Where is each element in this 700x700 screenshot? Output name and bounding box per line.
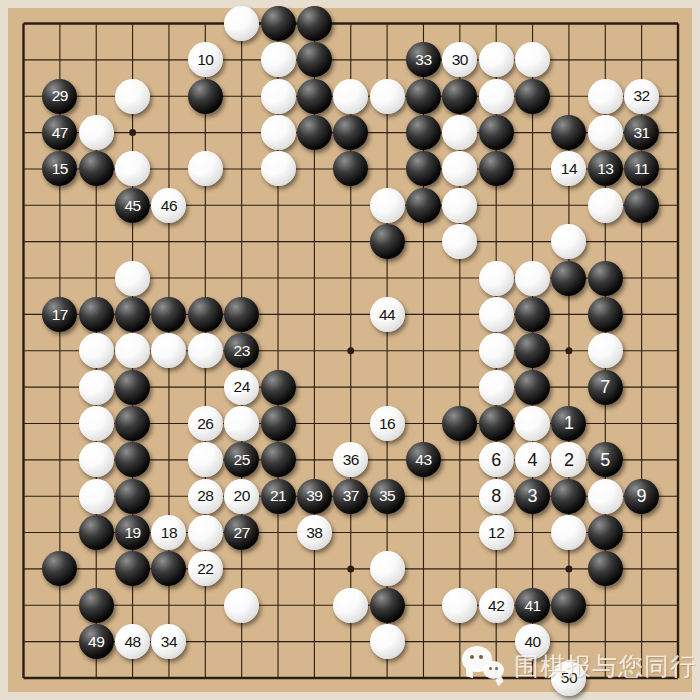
- black-stone: [406, 188, 441, 223]
- black-stone: [624, 188, 659, 223]
- black-stone: [479, 151, 514, 186]
- star-point: [565, 565, 572, 572]
- white-stone: [515, 261, 550, 296]
- black-stone: [261, 442, 296, 477]
- black-stone: [115, 406, 150, 441]
- black-stone: [79, 297, 114, 332]
- black-stone: 35: [370, 479, 405, 514]
- black-stone: [188, 297, 223, 332]
- move-number: 46: [161, 198, 177, 214]
- white-stone: [79, 370, 114, 405]
- white-stone: 12: [479, 515, 514, 550]
- black-stone: 5: [588, 442, 623, 477]
- white-stone: [261, 42, 296, 77]
- star-point: [129, 129, 136, 136]
- move-number: 11: [634, 161, 649, 177]
- black-stone: 27: [224, 515, 259, 550]
- move-number: 25: [234, 452, 250, 468]
- move-number: 39: [306, 488, 322, 504]
- black-stone: [479, 115, 514, 150]
- white-stone: [79, 479, 114, 514]
- white-stone: [479, 297, 514, 332]
- move-number: 19: [124, 525, 140, 541]
- white-stone: [479, 370, 514, 405]
- white-stone: [479, 333, 514, 368]
- black-stone: [406, 115, 441, 150]
- black-stone: [261, 6, 296, 41]
- black-stone: [479, 406, 514, 441]
- move-number: 26: [197, 416, 213, 432]
- white-stone: [588, 188, 623, 223]
- black-stone: 29: [42, 79, 77, 114]
- black-stone: [261, 370, 296, 405]
- move-number: 29: [52, 88, 68, 104]
- move-number: 40: [524, 634, 540, 650]
- move-number: 27: [234, 525, 250, 541]
- move-number: 24: [234, 379, 250, 395]
- black-stone: 49: [79, 624, 114, 659]
- white-stone: 24: [224, 370, 259, 405]
- white-stone: [224, 588, 259, 623]
- black-stone: [551, 261, 586, 296]
- black-stone: 9: [624, 479, 659, 514]
- black-stone: 37: [333, 479, 368, 514]
- star-point: [347, 347, 354, 354]
- move-number: 37: [343, 488, 359, 504]
- black-stone: 19: [115, 515, 150, 550]
- move-number: 5: [600, 451, 610, 469]
- black-stone: [79, 588, 114, 623]
- white-stone: [224, 6, 259, 41]
- white-stone: [79, 115, 114, 150]
- white-stone: 32: [624, 79, 659, 114]
- black-stone: [551, 588, 586, 623]
- move-number: 14: [561, 161, 577, 177]
- white-stone: 28: [188, 479, 223, 514]
- black-stone: [370, 588, 405, 623]
- white-stone: [588, 479, 623, 514]
- black-stone: [79, 151, 114, 186]
- white-stone: [261, 79, 296, 114]
- move-number: 35: [379, 488, 395, 504]
- move-number: 44: [379, 307, 395, 323]
- move-number: 6: [491, 451, 501, 469]
- white-stone: 20: [224, 479, 259, 514]
- white-stone: [79, 333, 114, 368]
- black-stone: [115, 479, 150, 514]
- move-number: 30: [452, 52, 468, 68]
- black-stone: 45: [115, 188, 150, 223]
- move-number: 31: [634, 125, 650, 141]
- white-stone: [588, 115, 623, 150]
- move-number: 45: [124, 198, 140, 214]
- move-number: 22: [197, 561, 213, 577]
- black-stone: [297, 115, 332, 150]
- white-stone: [370, 188, 405, 223]
- white-stone: [79, 406, 114, 441]
- black-stone: [442, 79, 477, 114]
- move-number: 32: [634, 88, 650, 104]
- move-number: 50: [561, 670, 577, 686]
- move-number: 1: [564, 414, 574, 432]
- black-stone: 41: [515, 588, 550, 623]
- black-stone: [224, 297, 259, 332]
- move-number: 20: [234, 488, 250, 504]
- white-stone: [188, 151, 223, 186]
- white-stone: [261, 115, 296, 150]
- white-stone: [188, 442, 223, 477]
- move-number: 41: [524, 598, 540, 614]
- white-stone: 48: [115, 624, 150, 659]
- black-stone: 3: [515, 479, 550, 514]
- move-number: 18: [161, 525, 177, 541]
- star-point: [347, 565, 354, 572]
- white-stone: [115, 79, 150, 114]
- move-number: 8: [491, 487, 501, 505]
- white-stone: [442, 588, 477, 623]
- white-stone: 40: [515, 624, 550, 659]
- move-number: 43: [415, 452, 431, 468]
- move-number: 48: [124, 634, 140, 650]
- black-stone: [261, 406, 296, 441]
- move-number: 42: [488, 598, 504, 614]
- black-stone: 17: [42, 297, 77, 332]
- move-number: 9: [637, 487, 647, 505]
- move-number: 17: [52, 307, 68, 323]
- move-number: 10: [197, 52, 213, 68]
- move-number: 21: [270, 488, 286, 504]
- black-stone: [588, 297, 623, 332]
- move-number: 23: [234, 343, 250, 359]
- black-stone: [297, 79, 332, 114]
- white-stone: [333, 79, 368, 114]
- white-stone: [188, 515, 223, 550]
- black-stone: [188, 79, 223, 114]
- white-stone: [370, 624, 405, 659]
- black-stone: [515, 79, 550, 114]
- black-stone: [115, 370, 150, 405]
- move-number: 3: [528, 487, 538, 505]
- white-stone: [442, 188, 477, 223]
- white-stone: 8: [479, 479, 514, 514]
- white-stone: [515, 406, 550, 441]
- white-stone: [479, 261, 514, 296]
- black-stone: [79, 515, 114, 550]
- white-stone: 6: [479, 442, 514, 477]
- black-stone: [115, 297, 150, 332]
- move-number: 15: [52, 161, 68, 177]
- star-point: [565, 347, 572, 354]
- white-stone: 38: [297, 515, 332, 550]
- white-stone: 50: [551, 661, 586, 696]
- black-stone: [370, 224, 405, 259]
- black-stone: [406, 79, 441, 114]
- black-stone: [515, 370, 550, 405]
- black-stone: [515, 297, 550, 332]
- move-number: 38: [306, 525, 322, 541]
- white-stone: 16: [370, 406, 405, 441]
- black-stone: [297, 42, 332, 77]
- white-stone: [370, 79, 405, 114]
- move-number: 2: [564, 451, 574, 469]
- black-stone: 21: [261, 479, 296, 514]
- white-stone: [370, 551, 405, 586]
- black-stone: 7: [588, 370, 623, 405]
- move-number: 12: [488, 525, 504, 541]
- black-stone: 31: [624, 115, 659, 150]
- white-stone: [224, 406, 259, 441]
- black-stone: 39: [297, 479, 332, 514]
- go-diagram: 1033302932473115141311454617442324726161…: [0, 0, 700, 700]
- white-stone: 46: [151, 188, 186, 223]
- black-stone: [551, 479, 586, 514]
- white-stone: [79, 442, 114, 477]
- move-number: 16: [379, 416, 395, 432]
- black-stone: [588, 261, 623, 296]
- move-number: 49: [88, 634, 104, 650]
- move-number: 7: [600, 378, 610, 396]
- move-number: 4: [528, 451, 538, 469]
- white-stone: [479, 42, 514, 77]
- move-number: 47: [52, 125, 68, 141]
- white-stone: [333, 588, 368, 623]
- white-stone: [188, 333, 223, 368]
- white-stone: 26: [188, 406, 223, 441]
- white-stone: 44: [370, 297, 405, 332]
- move-number: 33: [415, 52, 431, 68]
- white-stone: 22: [188, 551, 223, 586]
- black-stone: [588, 515, 623, 550]
- move-number: 36: [343, 452, 359, 468]
- white-stone: [261, 151, 296, 186]
- white-stone: [115, 261, 150, 296]
- black-stone: 13: [588, 151, 623, 186]
- white-stone: [588, 333, 623, 368]
- move-number: 28: [197, 488, 213, 504]
- white-stone: 42: [479, 588, 514, 623]
- move-number: 13: [597, 161, 613, 177]
- black-stone: [297, 6, 332, 41]
- white-stone: 10: [188, 42, 223, 77]
- black-stone: [588, 551, 623, 586]
- move-number: 34: [161, 634, 177, 650]
- white-stone: [588, 79, 623, 114]
- white-stone: [479, 79, 514, 114]
